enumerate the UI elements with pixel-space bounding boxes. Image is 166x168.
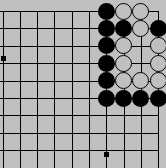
white-stone[interactable] [150, 72, 166, 89]
black-stone[interactable] [98, 20, 115, 37]
grid-line-horizontal [0, 150, 159, 151]
black-stone[interactable] [98, 55, 115, 72]
black-stone[interactable] [98, 72, 115, 89]
grid-line-horizontal [0, 115, 159, 116]
grid-line-horizontal [0, 63, 159, 64]
white-stone[interactable] [115, 3, 132, 20]
black-stone[interactable] [98, 90, 115, 107]
white-stone[interactable] [132, 72, 149, 89]
grid-line-vertical [37, 11, 38, 168]
white-stone[interactable] [115, 72, 132, 89]
black-stone[interactable] [98, 3, 115, 20]
white-stone[interactable] [132, 20, 149, 37]
black-stone[interactable] [98, 37, 115, 54]
grid-line-vertical [20, 11, 21, 168]
white-stone[interactable] [115, 37, 132, 54]
black-stone[interactable] [132, 90, 149, 107]
black-stone[interactable] [115, 20, 132, 37]
grid-line-vertical [89, 11, 90, 168]
white-stone[interactable] [115, 55, 132, 72]
star-point [104, 152, 109, 157]
black-stone[interactable] [150, 20, 166, 37]
grid-line-vertical [3, 11, 4, 168]
white-stone[interactable] [150, 37, 166, 54]
white-stone[interactable] [150, 55, 166, 72]
go-board[interactable] [0, 0, 166, 168]
grid-line-vertical [54, 11, 55, 168]
white-stone[interactable] [132, 3, 149, 20]
black-stone[interactable] [150, 90, 166, 107]
black-stone[interactable] [115, 90, 132, 107]
grid-line-vertical [72, 11, 73, 168]
star-point [1, 56, 6, 61]
grid-line-horizontal [0, 46, 159, 47]
grid-line-horizontal [0, 133, 159, 134]
